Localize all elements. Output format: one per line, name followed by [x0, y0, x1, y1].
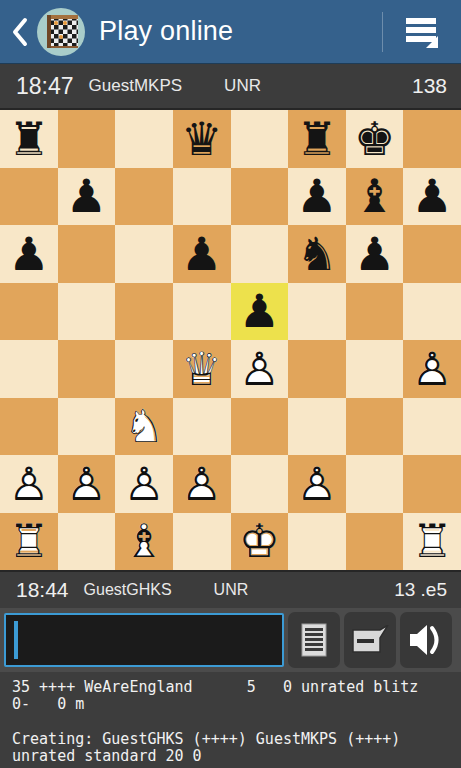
square-e5[interactable]: ♟ — [231, 283, 289, 341]
square-g5[interactable] — [346, 283, 404, 341]
black-piece-k: ♚ — [354, 116, 395, 162]
speaker-volume-icon — [408, 623, 444, 657]
white-piece-Q: ♛♕ — [181, 346, 222, 392]
square-h5[interactable] — [403, 283, 461, 341]
square-d2[interactable]: ♟♙ — [173, 455, 231, 513]
black-piece-p: ♟ — [412, 173, 453, 219]
square-f6[interactable]: ♞ — [288, 225, 346, 283]
last-move-label: 13 .e5 — [394, 579, 447, 601]
black-piece-p: ♟ — [354, 231, 395, 277]
console-list-button[interactable] — [288, 612, 340, 668]
black-piece-b: ♝ — [354, 173, 395, 219]
app-bar: Play online — [0, 0, 461, 64]
white-piece-B: ♝♗ — [123, 518, 164, 564]
square-f7[interactable]: ♟ — [288, 168, 346, 226]
black-piece-r: ♜ — [296, 116, 337, 162]
square-c3[interactable]: ♞♘ — [115, 398, 173, 456]
square-g3[interactable] — [346, 398, 404, 456]
text-cursor — [14, 621, 18, 659]
square-d5[interactable] — [173, 283, 231, 341]
chevron-left-icon — [12, 17, 28, 47]
square-e7[interactable] — [231, 168, 289, 226]
black-piece-r: ♜ — [8, 116, 49, 162]
square-a6[interactable]: ♟ — [0, 225, 58, 283]
square-d3[interactable] — [173, 398, 231, 456]
square-e6[interactable] — [231, 225, 289, 283]
square-c6[interactable] — [115, 225, 173, 283]
square-e4[interactable]: ♟♙ — [231, 340, 289, 398]
square-b4[interactable] — [58, 340, 116, 398]
white-piece-R: ♜♖ — [8, 518, 49, 564]
app-screen: Play online 18:47 GuestMKPS UNR 138 ♜♛♜♚… — [0, 0, 461, 768]
black-piece-p: ♟ — [8, 231, 49, 277]
square-b8[interactable] — [58, 110, 116, 168]
square-a1[interactable]: ♜♖ — [0, 513, 58, 571]
square-a8[interactable]: ♜ — [0, 110, 58, 168]
player-clock: 18:44 — [16, 578, 69, 602]
black-piece-p: ♟ — [239, 288, 280, 334]
square-b7[interactable]: ♟ — [58, 168, 116, 226]
black-piece-p: ♟ — [66, 173, 107, 219]
square-g6[interactable]: ♟ — [346, 225, 404, 283]
console-output: 35 ++++ WeAreEngland 5 0 unrated blitz 0… — [0, 672, 461, 768]
black-piece-p: ♟ — [181, 231, 222, 277]
square-f5[interactable] — [288, 283, 346, 341]
white-piece-P: ♟♙ — [66, 461, 107, 507]
square-h6[interactable] — [403, 225, 461, 283]
white-piece-P: ♟♙ — [123, 461, 164, 507]
square-d6[interactable]: ♟ — [173, 225, 231, 283]
opponent-name: GuestMKPS — [89, 76, 183, 96]
square-f8[interactable]: ♜ — [288, 110, 346, 168]
square-f3[interactable] — [288, 398, 346, 456]
opponent-clock: 18:47 — [16, 73, 74, 100]
square-c7[interactable] — [115, 168, 173, 226]
square-e8[interactable] — [231, 110, 289, 168]
square-a3[interactable] — [0, 398, 58, 456]
document-lines-icon — [301, 623, 327, 657]
square-h1[interactable]: ♜♖ — [403, 513, 461, 571]
square-c2[interactable]: ♟♙ — [115, 455, 173, 513]
white-piece-R: ♜♖ — [412, 518, 453, 564]
square-c1[interactable]: ♝♗ — [115, 513, 173, 571]
white-piece-P: ♟♙ — [412, 346, 453, 392]
square-b5[interactable] — [58, 283, 116, 341]
menu-button[interactable] — [383, 0, 461, 63]
square-d4[interactable]: ♛♕ — [173, 340, 231, 398]
chess-board[interactable]: ♜♛♜♚♟♟♝♟♟♟♞♟♟♛♕♟♙♟♙♞♘♟♙♟♙♟♙♟♙♟♙♜♖♝♗♚♔♜♖ — [0, 110, 461, 570]
square-b2[interactable]: ♟♙ — [58, 455, 116, 513]
square-g2[interactable] — [346, 455, 404, 513]
square-g7[interactable]: ♝ — [346, 168, 404, 226]
square-e3[interactable] — [231, 398, 289, 456]
back-button[interactable] — [10, 0, 30, 63]
square-a5[interactable] — [0, 283, 58, 341]
square-c8[interactable] — [115, 110, 173, 168]
square-d7[interactable] — [173, 168, 231, 226]
chat-bubble-button[interactable] — [344, 612, 396, 668]
square-h3[interactable] — [403, 398, 461, 456]
player-rating: UNR — [214, 581, 249, 599]
menu-collapse-icon — [404, 15, 440, 49]
page-title: Play online — [99, 16, 233, 47]
square-b1[interactable] — [58, 513, 116, 571]
square-b6[interactable] — [58, 225, 116, 283]
opponent-info: 138 — [412, 74, 447, 98]
speech-bubble-icon — [351, 625, 389, 655]
square-a2[interactable]: ♟♙ — [0, 455, 58, 513]
square-b3[interactable] — [58, 398, 116, 456]
square-h8[interactable] — [403, 110, 461, 168]
square-e1[interactable]: ♚♔ — [231, 513, 289, 571]
square-g4[interactable] — [346, 340, 404, 398]
chat-row — [0, 608, 461, 672]
white-piece-N: ♞♘ — [123, 403, 164, 449]
opponent-rating: UNR — [224, 76, 261, 96]
player-bar: 18:44 GuestGHKS UNR 13 .e5 — [0, 570, 461, 608]
sound-button[interactable] — [400, 612, 452, 668]
opponent-bar: 18:47 GuestMKPS UNR 138 — [0, 64, 461, 110]
square-h4[interactable]: ♟♙ — [403, 340, 461, 398]
chat-input[interactable] — [4, 613, 284, 667]
square-a4[interactable] — [0, 340, 58, 398]
square-g1[interactable] — [346, 513, 404, 571]
square-h7[interactable]: ♟ — [403, 168, 461, 226]
black-piece-q: ♛ — [181, 116, 222, 162]
square-c5[interactable] — [115, 283, 173, 341]
square-f1[interactable] — [288, 513, 346, 571]
square-d1[interactable] — [173, 513, 231, 571]
square-h2[interactable] — [403, 455, 461, 513]
square-g8[interactable]: ♚ — [346, 110, 404, 168]
square-c4[interactable] — [115, 340, 173, 398]
app-logo-icon — [36, 7, 86, 57]
square-f2[interactable]: ♟♙ — [288, 455, 346, 513]
white-piece-P: ♟♙ — [181, 461, 222, 507]
player-name: GuestGHKS — [84, 581, 172, 599]
square-e2[interactable] — [231, 455, 289, 513]
square-a7[interactable] — [0, 168, 58, 226]
square-d8[interactable]: ♛ — [173, 110, 231, 168]
black-piece-n: ♞ — [296, 231, 337, 277]
white-piece-P: ♟♙ — [8, 461, 49, 507]
black-piece-p: ♟ — [296, 173, 337, 219]
white-piece-P: ♟♙ — [239, 346, 280, 392]
white-piece-P: ♟♙ — [296, 461, 337, 507]
white-piece-K: ♚♔ — [239, 518, 280, 564]
square-f4[interactable] — [288, 340, 346, 398]
